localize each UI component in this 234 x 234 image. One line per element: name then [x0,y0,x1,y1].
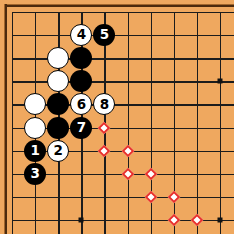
hoshi-point [217,79,222,84]
stone-black [70,70,92,92]
board-edge-top [4,4,234,7]
stone-label: 5 [100,28,109,42]
stone-white: 6 [70,93,92,115]
stone-black: 7 [70,117,92,139]
stone-label: 8 [100,98,109,112]
stone-white [47,47,69,69]
stone-label: 4 [77,28,86,42]
stone-label: 7 [77,121,86,135]
stone-black [70,47,92,69]
stone-white [24,117,46,139]
stone-label: 6 [77,98,86,112]
stone-label: 3 [30,167,39,181]
hoshi-point [217,217,222,222]
stone-label: 1 [30,144,39,158]
stone-black: 3 [24,163,46,185]
board-edge-left [4,4,7,234]
stone-black: 5 [93,24,115,46]
stone-white: 2 [47,140,69,162]
stone-white: 8 [93,93,115,115]
stone-label: 2 [54,144,63,158]
go-board: 45687123 [0,0,234,234]
stone-white [47,70,69,92]
stone-white [24,93,46,115]
stone-black [47,117,69,139]
stone-black: 1 [24,140,46,162]
stone-black [47,93,69,115]
stone-white: 4 [70,24,92,46]
hoshi-point [79,217,84,222]
